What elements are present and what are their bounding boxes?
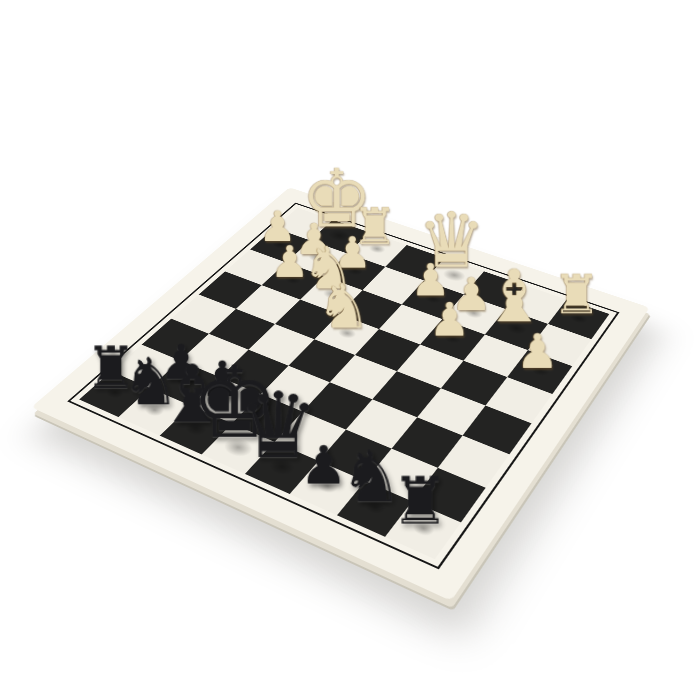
white-pawn-a3: ♟ bbox=[481, 327, 593, 375]
product-photo-stage: ♜♛♜♚♝♟♟♟♟♟♟♟♞♟♞♟♟♜♞♟♛♚♝♞♜ bbox=[0, 0, 700, 700]
square-a4 bbox=[485, 377, 552, 423]
square-a5 bbox=[462, 405, 531, 454]
black-rook-a8: ♜ bbox=[355, 468, 484, 534]
square-b5 bbox=[417, 388, 486, 435]
chess-board: ♜♛♜♚♝♟♟♟♟♟♟♟♞♟♞♟♟♜♞♟♛♚♝♞♜ bbox=[31, 187, 649, 601]
chess-scene: ♜♛♜♚♝♟♟♟♟♟♟♟♞♟♞♟♟♜♞♟♛♚♝♞♜ bbox=[0, 0, 700, 700]
square-d5 bbox=[330, 355, 397, 400]
square-c5 bbox=[372, 371, 440, 417]
